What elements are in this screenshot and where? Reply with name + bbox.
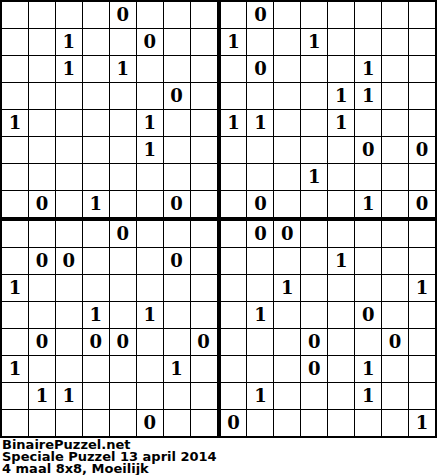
given-cell-r2c1: 1 — [221, 29, 247, 55]
empty-cell-r4c3[interactable] — [274, 83, 300, 109]
empty-cell-r7c8[interactable] — [409, 383, 435, 409]
empty-cell-r6c6[interactable] — [137, 356, 163, 382]
empty-cell-r8c4[interactable] — [301, 191, 327, 217]
empty-cell-r2c8[interactable] — [409, 248, 435, 274]
given-cell-r8c6: 1 — [355, 191, 381, 217]
empty-cell-r6c5[interactable] — [110, 356, 136, 382]
given-cell-r5c5: 1 — [328, 110, 354, 136]
empty-cell-r1c1[interactable] — [221, 2, 247, 28]
empty-cell-r2c6[interactable] — [355, 29, 381, 55]
empty-cell-r6c3[interactable] — [274, 137, 300, 163]
empty-cell-r8c7[interactable] — [382, 410, 408, 436]
empty-cell-r2c2[interactable] — [247, 29, 273, 55]
empty-cell-r3c2[interactable] — [247, 275, 273, 301]
empty-cell-r3c6[interactable] — [355, 275, 381, 301]
given-cell-r2c6: 0 — [137, 29, 163, 55]
given-cell-r1c5: 0 — [110, 2, 136, 28]
empty-cell-r7c6[interactable] — [137, 164, 163, 190]
given-cell-r1c3: 0 — [274, 221, 300, 247]
given-cell-r4c5: 1 — [328, 83, 354, 109]
empty-cell-r8c1[interactable] — [2, 410, 28, 436]
empty-cell-r8c7[interactable] — [382, 191, 408, 217]
given-cell-r6c6: 1 — [355, 356, 381, 382]
empty-cell-r8c6[interactable] — [137, 191, 163, 217]
given-cell-r6c6: 1 — [137, 137, 163, 163]
empty-cell-r2c5[interactable] — [110, 248, 136, 274]
given-cell-r5c2: 1 — [247, 110, 273, 136]
given-cell-r5c5: 0 — [110, 329, 136, 355]
empty-cell-r7c3[interactable] — [274, 383, 300, 409]
empty-cell-r7c5[interactable] — [328, 383, 354, 409]
given-cell-r6c7: 1 — [164, 356, 190, 382]
board-bottom-right: 001111000011101 — [221, 221, 436, 436]
empty-cell-r7c5[interactable] — [110, 164, 136, 190]
empty-cell-r1c6[interactable] — [355, 2, 381, 28]
empty-cell-r7c1[interactable] — [2, 383, 28, 409]
given-cell-r1c2: 0 — [247, 221, 273, 247]
empty-cell-r7c5[interactable] — [328, 164, 354, 190]
given-cell-r4c6: 1 — [355, 83, 381, 109]
given-cell-r5c6: 1 — [137, 110, 163, 136]
empty-cell-r3c1[interactable] — [221, 275, 247, 301]
empty-cell-r5c7[interactable] — [164, 110, 190, 136]
empty-cell-r6c8[interactable] — [191, 356, 217, 382]
empty-cell-r1c7[interactable] — [164, 221, 190, 247]
empty-cell-r7c5[interactable] — [110, 383, 136, 409]
given-cell-r2c3: 1 — [56, 29, 82, 55]
empty-cell-r1c5[interactable] — [328, 221, 354, 247]
empty-cell-r2c4[interactable] — [301, 248, 327, 274]
empty-cell-r1c8[interactable] — [191, 2, 217, 28]
board-top-left: 010110111010 — [2, 2, 217, 217]
given-cell-r1c2: 0 — [247, 2, 273, 28]
empty-cell-r8c2[interactable] — [247, 410, 273, 436]
empty-cell-r5c7[interactable] — [382, 110, 408, 136]
empty-cell-r3c5[interactable] — [328, 56, 354, 82]
empty-cell-r2c1[interactable] — [2, 29, 28, 55]
given-cell-r8c1: 0 — [221, 410, 247, 436]
empty-cell-r3c3[interactable] — [56, 275, 82, 301]
given-cell-r2c7: 0 — [164, 248, 190, 274]
empty-cell-r4c4[interactable] — [83, 83, 109, 109]
given-cell-r8c4: 1 — [83, 191, 109, 217]
empty-cell-r8c2[interactable] — [29, 410, 55, 436]
empty-cell-r3c5[interactable] — [328, 275, 354, 301]
empty-cell-r5c8[interactable] — [409, 329, 435, 355]
empty-cell-r8c5[interactable] — [328, 410, 354, 436]
empty-cell-r3c4[interactable] — [301, 275, 327, 301]
empty-cell-r5c3[interactable] — [56, 329, 82, 355]
empty-cell-r6c4[interactable] — [83, 356, 109, 382]
empty-cell-r6c1[interactable] — [221, 137, 247, 163]
given-cell-r3c2: 0 — [247, 56, 273, 82]
empty-cell-r4c8[interactable] — [409, 302, 435, 328]
empty-cell-r8c5[interactable] — [328, 191, 354, 217]
empty-cell-r2c7[interactable] — [164, 29, 190, 55]
empty-cell-r2c2[interactable] — [29, 29, 55, 55]
given-cell-r8c7: 0 — [164, 191, 190, 217]
empty-cell-r8c3[interactable] — [274, 410, 300, 436]
empty-cell-r1c1[interactable] — [2, 221, 28, 247]
given-cell-r3c3: 1 — [56, 56, 82, 82]
given-cell-r4c4: 1 — [83, 302, 109, 328]
empty-cell-r1c8[interactable] — [409, 221, 435, 247]
given-cell-r8c8: 1 — [409, 410, 435, 436]
empty-cell-r1c7[interactable] — [382, 2, 408, 28]
given-cell-r2c2: 0 — [29, 248, 55, 274]
given-cell-r3c1: 1 — [2, 275, 28, 301]
empty-cell-r3c8[interactable] — [409, 56, 435, 82]
empty-cell-r8c8[interactable] — [191, 410, 217, 436]
puzzle-page: 010110111010 0110111111001010 0000111000… — [0, 0, 437, 475]
empty-cell-r6c4[interactable] — [301, 137, 327, 163]
empty-cell-r7c3[interactable] — [274, 164, 300, 190]
empty-cell-r6c3[interactable] — [274, 356, 300, 382]
board-bottom-left: 0000111000011110 — [2, 221, 217, 436]
given-cell-r2c3: 0 — [56, 248, 82, 274]
empty-cell-r4c5[interactable] — [110, 302, 136, 328]
empty-cell-r4c1[interactable] — [221, 83, 247, 109]
given-cell-r4c6: 1 — [137, 302, 163, 328]
empty-cell-r4c4[interactable] — [301, 83, 327, 109]
empty-cell-r7c1[interactable] — [2, 164, 28, 190]
empty-cell-r3c7[interactable] — [382, 56, 408, 82]
empty-cell-r7c8[interactable] — [191, 383, 217, 409]
empty-cell-r4c7[interactable] — [164, 302, 190, 328]
empty-cell-r8c4[interactable] — [301, 410, 327, 436]
empty-cell-r4c8[interactable] — [191, 83, 217, 109]
empty-cell-r5c1[interactable] — [2, 329, 28, 355]
empty-cell-r7c1[interactable] — [221, 383, 247, 409]
empty-cell-r7c1[interactable] — [221, 164, 247, 190]
empty-cell-r7c6[interactable] — [355, 164, 381, 190]
given-cell-r8c2: 0 — [29, 191, 55, 217]
given-cell-r5c4: 0 — [83, 329, 109, 355]
empty-cell-r6c3[interactable] — [56, 356, 82, 382]
empty-cell-r8c7[interactable] — [164, 410, 190, 436]
empty-cell-r1c2[interactable] — [29, 2, 55, 28]
empty-cell-r2c8[interactable] — [191, 29, 217, 55]
empty-cell-r3c4[interactable] — [83, 56, 109, 82]
empty-cell-r6c1[interactable] — [221, 356, 247, 382]
given-cell-r6c8: 0 — [409, 137, 435, 163]
empty-cell-r7c6[interactable] — [137, 383, 163, 409]
given-cell-r8c8: 0 — [409, 191, 435, 217]
empty-cell-r7c7[interactable] — [164, 164, 190, 190]
given-cell-r7c2: 1 — [29, 383, 55, 409]
empty-cell-r5c5[interactable] — [328, 329, 354, 355]
given-cell-r4c2: 1 — [247, 302, 273, 328]
empty-cell-r4c3[interactable] — [56, 83, 82, 109]
empty-cell-r4c7[interactable] — [382, 302, 408, 328]
given-cell-r2c4: 1 — [301, 29, 327, 55]
empty-cell-r7c4[interactable] — [83, 164, 109, 190]
empty-cell-r1c6[interactable] — [137, 221, 163, 247]
empty-cell-r4c5[interactable] — [328, 302, 354, 328]
empty-cell-r2c4[interactable] — [83, 29, 109, 55]
empty-cell-r6c5[interactable] — [328, 356, 354, 382]
given-cell-r1c5: 0 — [110, 221, 136, 247]
given-cell-r3c3: 1 — [274, 275, 300, 301]
empty-cell-r2c3[interactable] — [274, 248, 300, 274]
empty-cell-r1c8[interactable] — [191, 221, 217, 247]
empty-cell-r6c7[interactable] — [382, 356, 408, 382]
empty-cell-r3c4[interactable] — [301, 56, 327, 82]
empty-cell-r1c4[interactable] — [83, 2, 109, 28]
empty-cell-r2c7[interactable] — [382, 248, 408, 274]
empty-cell-r2c1[interactable] — [221, 248, 247, 274]
given-cell-r7c3: 1 — [56, 383, 82, 409]
empty-cell-r6c3[interactable] — [56, 137, 82, 163]
empty-cell-r7c8[interactable] — [409, 164, 435, 190]
empty-cell-r5c4[interactable] — [301, 110, 327, 136]
empty-cell-r8c6[interactable] — [355, 410, 381, 436]
given-cell-r6c6: 0 — [355, 137, 381, 163]
empty-cell-r3c7[interactable] — [164, 56, 190, 82]
empty-cell-r2c3[interactable] — [274, 29, 300, 55]
empty-cell-r8c1[interactable] — [2, 191, 28, 217]
empty-cell-r6c2[interactable] — [29, 356, 55, 382]
empty-cell-r1c4[interactable] — [301, 2, 327, 28]
empty-cell-r1c2[interactable] — [29, 221, 55, 247]
empty-cell-r3c2[interactable] — [29, 275, 55, 301]
empty-cell-r6c2[interactable] — [247, 137, 273, 163]
empty-cell-r5c6[interactable] — [137, 329, 163, 355]
empty-cell-r8c8[interactable] — [191, 191, 217, 217]
empty-cell-r5c2[interactable] — [247, 329, 273, 355]
footer: BinairePuzzel.net Speciale Puzzel 13 apr… — [0, 438, 437, 475]
empty-cell-r4c2[interactable] — [247, 83, 273, 109]
empty-cell-r7c3[interactable] — [56, 164, 82, 190]
empty-cell-r1c3[interactable] — [56, 2, 82, 28]
empty-cell-r7c8[interactable] — [191, 164, 217, 190]
empty-cell-r4c8[interactable] — [191, 302, 217, 328]
given-cell-r4c6: 0 — [355, 302, 381, 328]
empty-cell-r5c3[interactable] — [274, 110, 300, 136]
empty-cell-r5c6[interactable] — [355, 329, 381, 355]
empty-cell-r5c2[interactable] — [29, 110, 55, 136]
empty-cell-r3c1[interactable] — [2, 56, 28, 82]
empty-cell-r1c5[interactable] — [328, 2, 354, 28]
empty-cell-r3c5[interactable] — [110, 275, 136, 301]
binary-puzzle-grid: 010110111010 0110111111001010 0000111000… — [0, 0, 437, 438]
empty-cell-r7c4[interactable] — [301, 383, 327, 409]
empty-cell-r5c3[interactable] — [56, 110, 82, 136]
empty-cell-r7c2[interactable] — [247, 164, 273, 190]
given-cell-r5c4: 0 — [301, 329, 327, 355]
empty-cell-r2c4[interactable] — [83, 248, 109, 274]
given-cell-r5c1: 1 — [221, 110, 247, 136]
given-cell-r3c8: 1 — [409, 275, 435, 301]
empty-cell-r6c2[interactable] — [247, 356, 273, 382]
empty-cell-r5c3[interactable] — [274, 329, 300, 355]
given-cell-r6c4: 0 — [301, 356, 327, 382]
empty-cell-r1c4[interactable] — [83, 221, 109, 247]
empty-cell-r2c5[interactable] — [110, 29, 136, 55]
given-cell-r2c5: 1 — [328, 248, 354, 274]
empty-cell-r4c2[interactable] — [29, 83, 55, 109]
empty-cell-r2c8[interactable] — [409, 29, 435, 55]
empty-cell-r2c1[interactable] — [2, 248, 28, 274]
empty-cell-r6c1[interactable] — [2, 137, 28, 163]
empty-cell-r3c2[interactable] — [29, 56, 55, 82]
empty-cell-r6c5[interactable] — [110, 137, 136, 163]
empty-cell-r1c4[interactable] — [301, 221, 327, 247]
given-cell-r8c2: 0 — [247, 191, 273, 217]
empty-cell-r6c4[interactable] — [83, 137, 109, 163]
given-cell-r3c5: 1 — [110, 56, 136, 82]
empty-cell-r1c3[interactable] — [274, 2, 300, 28]
empty-cell-r4c2[interactable] — [29, 302, 55, 328]
empty-cell-r8c3[interactable] — [56, 191, 82, 217]
empty-cell-r6c7[interactable] — [164, 137, 190, 163]
given-cell-r5c8: 0 — [191, 329, 217, 355]
empty-cell-r3c1[interactable] — [221, 56, 247, 82]
empty-cell-r1c1[interactable] — [221, 221, 247, 247]
empty-cell-r8c1[interactable] — [221, 191, 247, 217]
empty-cell-r1c6[interactable] — [355, 221, 381, 247]
empty-cell-r5c7[interactable] — [164, 329, 190, 355]
board-top-right: 0110111111001010 — [221, 2, 436, 217]
given-cell-r7c4: 1 — [301, 164, 327, 190]
empty-cell-r6c5[interactable] — [328, 137, 354, 163]
empty-cell-r7c2[interactable] — [29, 164, 55, 190]
empty-cell-r5c6[interactable] — [355, 110, 381, 136]
given-cell-r6c1: 1 — [2, 356, 28, 382]
empty-cell-r6c8[interactable] — [191, 137, 217, 163]
empty-cell-r6c7[interactable] — [382, 137, 408, 163]
empty-cell-r4c8[interactable] — [409, 83, 435, 109]
given-cell-r7c6: 1 — [355, 383, 381, 409]
given-cell-r8c6: 0 — [137, 410, 163, 436]
empty-cell-r7c7[interactable] — [164, 383, 190, 409]
given-cell-r7c2: 1 — [247, 383, 273, 409]
empty-cell-r6c2[interactable] — [29, 137, 55, 163]
empty-cell-r4c6[interactable] — [137, 83, 163, 109]
empty-cell-r8c5[interactable] — [110, 410, 136, 436]
empty-cell-r4c1[interactable] — [2, 83, 28, 109]
empty-cell-r1c7[interactable] — [382, 221, 408, 247]
empty-cell-r3c4[interactable] — [83, 275, 109, 301]
empty-cell-r5c5[interactable] — [110, 110, 136, 136]
empty-cell-r8c3[interactable] — [274, 191, 300, 217]
empty-cell-r2c5[interactable] — [328, 29, 354, 55]
empty-cell-r1c8[interactable] — [409, 2, 435, 28]
empty-cell-r5c8[interactable] — [409, 110, 435, 136]
empty-cell-r8c3[interactable] — [56, 410, 82, 436]
empty-cell-r2c2[interactable] — [247, 248, 273, 274]
given-cell-r5c2: 0 — [29, 329, 55, 355]
given-cell-r3c6: 1 — [355, 56, 381, 82]
empty-cell-r8c4[interactable] — [83, 410, 109, 436]
empty-cell-r4c7[interactable] — [382, 83, 408, 109]
given-cell-r5c1: 1 — [2, 110, 28, 136]
empty-cell-r3c6[interactable] — [137, 275, 163, 301]
empty-cell-r7c4[interactable] — [83, 383, 109, 409]
empty-cell-r1c1[interactable] — [2, 2, 28, 28]
empty-cell-r5c4[interactable] — [83, 110, 109, 136]
empty-cell-r4c5[interactable] — [110, 83, 136, 109]
empty-cell-r4c1[interactable] — [221, 302, 247, 328]
empty-cell-r3c6[interactable] — [137, 56, 163, 82]
empty-cell-r4c1[interactable] — [2, 302, 28, 328]
empty-cell-r1c7[interactable] — [164, 2, 190, 28]
empty-cell-r7c7[interactable] — [382, 383, 408, 409]
empty-cell-r3c7[interactable] — [164, 275, 190, 301]
empty-cell-r1c3[interactable] — [56, 221, 82, 247]
empty-cell-r3c8[interactable] — [191, 275, 217, 301]
empty-cell-r2c8[interactable] — [191, 248, 217, 274]
empty-cell-r7c7[interactable] — [382, 164, 408, 190]
empty-cell-r3c8[interactable] — [191, 56, 217, 82]
empty-cell-r5c1[interactable] — [221, 329, 247, 355]
empty-cell-r4c3[interactable] — [274, 302, 300, 328]
empty-cell-r4c3[interactable] — [56, 302, 82, 328]
given-cell-r4c7: 0 — [164, 83, 190, 109]
empty-cell-r3c7[interactable] — [382, 275, 408, 301]
empty-cell-r2c6[interactable] — [355, 248, 381, 274]
empty-cell-r2c7[interactable] — [382, 29, 408, 55]
given-cell-r5c7: 0 — [382, 329, 408, 355]
empty-cell-r5c8[interactable] — [191, 110, 217, 136]
empty-cell-r4c4[interactable] — [301, 302, 327, 328]
empty-cell-r8c5[interactable] — [110, 191, 136, 217]
empty-cell-r6c8[interactable] — [409, 356, 435, 382]
puzzle-subtitle: 4 maal 8x8, Moeilijk — [2, 463, 437, 475]
empty-cell-r2c6[interactable] — [137, 248, 163, 274]
empty-cell-r1c6[interactable] — [137, 2, 163, 28]
empty-cell-r3c3[interactable] — [274, 56, 300, 82]
